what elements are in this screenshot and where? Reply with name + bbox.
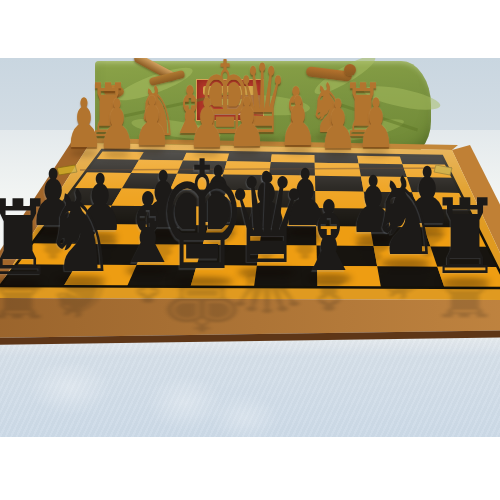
pieces-layer: ♜♞♝♚♛♝♞♜♟♟♟♟♟♟♟♟♜♜♞♞♝♝♚♚♛♛♝♝♞♞♜♜♟♟♟♟♟♟♟♟… — [0, 0, 500, 500]
piece-glyph: ♟ — [356, 89, 395, 157]
photo-margin-bottom — [0, 437, 500, 500]
piece-glyph: ♟ — [318, 90, 357, 158]
chess-set-photo: ♜♞♝♚♛♝♞♜♟♟♟♟♟♟♟♟♜♜♞♞♝♝♚♚♛♛♝♝♞♞♜♜♟♟♟♟♟♟♟♟… — [0, 0, 500, 500]
piece-glyph: ♝ — [297, 188, 362, 285]
piece-glyph: ♟ — [97, 90, 136, 158]
piece-glyph: ♟ — [278, 87, 317, 155]
piece-glyph: ♚ — [157, 142, 247, 292]
photo-margin-top — [0, 0, 500, 58]
piece-glyph: ♜ — [0, 187, 54, 291]
piece-glyph: ♞ — [43, 175, 117, 288]
piece-glyph: ♜ — [429, 186, 500, 290]
